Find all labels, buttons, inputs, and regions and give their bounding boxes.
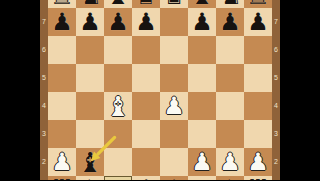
square-d2[interactable] <box>132 148 160 176</box>
square-g6[interactable] <box>216 36 244 64</box>
square-g3[interactable] <box>216 120 244 148</box>
white-bishop[interactable]: ♝ <box>106 93 130 120</box>
white-pawn[interactable]: ♟ <box>51 150 73 174</box>
square-f8[interactable]: ♝ <box>188 0 216 8</box>
square-f2[interactable]: ♟ <box>188 148 216 176</box>
square-f4[interactable] <box>188 92 216 120</box>
black-bishop[interactable]: ♝ <box>78 149 102 176</box>
square-a6[interactable] <box>48 36 76 64</box>
rank-label-4: 4 <box>40 92 48 120</box>
square-a1[interactable]: ♜ <box>48 176 76 180</box>
black-rook[interactable]: ♜ <box>50 0 74 8</box>
square-d6[interactable] <box>132 36 160 64</box>
square-c3[interactable] <box>104 120 132 148</box>
square-e7[interactable] <box>160 8 188 36</box>
square-a4[interactable] <box>48 92 76 120</box>
square-h2[interactable]: ♟ <box>244 148 272 176</box>
black-pawn[interactable]: ♟ <box>247 10 269 34</box>
white-pawn[interactable]: ♟ <box>163 94 185 118</box>
chess-board: ♜♞♝♛♚♝♞♜♟♟♟♟♟♟♟♝♟♟♝♟♟♟♜♞♛♚♞♜ <box>48 0 272 180</box>
square-b7[interactable]: ♟ <box>76 8 104 36</box>
video-frame: ♜♞♝♛♚♝♞♜♟♟♟♟♟♟♟♝♟♟♝♟♟♟♜♞♛♚♞♜ 77665544332… <box>0 0 320 180</box>
black-queen[interactable]: ♛ <box>134 0 158 8</box>
rank-label-6: 6 <box>272 36 280 64</box>
black-knight[interactable]: ♞ <box>218 0 242 8</box>
square-b6[interactable] <box>76 36 104 64</box>
square-b1[interactable]: ♞ <box>76 176 104 180</box>
square-e2[interactable] <box>160 148 188 176</box>
square-c5[interactable] <box>104 64 132 92</box>
square-b5[interactable] <box>76 64 104 92</box>
square-g5[interactable] <box>216 64 244 92</box>
black-pawn[interactable]: ♟ <box>219 10 241 34</box>
square-h8[interactable]: ♜ <box>244 0 272 8</box>
square-f1[interactable] <box>188 176 216 180</box>
black-pawn[interactable]: ♟ <box>107 10 129 34</box>
square-e6[interactable] <box>160 36 188 64</box>
square-e4[interactable]: ♟ <box>160 92 188 120</box>
square-b2[interactable]: ♝ <box>76 148 104 176</box>
white-knight[interactable]: ♞ <box>218 177 242 181</box>
rank-label-3: 3 <box>40 120 48 148</box>
square-d5[interactable] <box>132 64 160 92</box>
square-f3[interactable] <box>188 120 216 148</box>
square-d4[interactable] <box>132 92 160 120</box>
square-h3[interactable] <box>244 120 272 148</box>
black-rook[interactable]: ♜ <box>246 0 270 8</box>
square-h4[interactable] <box>244 92 272 120</box>
black-pawn[interactable]: ♟ <box>135 10 157 34</box>
white-pawn[interactable]: ♟ <box>191 150 213 174</box>
square-b8[interactable]: ♞ <box>76 0 104 8</box>
square-g4[interactable] <box>216 92 244 120</box>
white-pawn[interactable]: ♟ <box>247 150 269 174</box>
white-knight[interactable]: ♞ <box>78 177 102 181</box>
rank-label-4: 4 <box>272 92 280 120</box>
rank-label-5: 5 <box>272 64 280 92</box>
rank-label-6: 6 <box>40 36 48 64</box>
rank-label-5: 5 <box>40 64 48 92</box>
square-c4[interactable]: ♝ <box>104 92 132 120</box>
white-queen[interactable]: ♛ <box>134 177 158 181</box>
square-d3[interactable] <box>132 120 160 148</box>
square-g2[interactable]: ♟ <box>216 148 244 176</box>
square-h5[interactable] <box>244 64 272 92</box>
white-rook[interactable]: ♜ <box>50 177 74 181</box>
rank-label-2: 2 <box>40 148 48 176</box>
square-c2[interactable] <box>104 148 132 176</box>
black-pawn[interactable]: ♟ <box>79 10 101 34</box>
square-c6[interactable] <box>104 36 132 64</box>
square-a5[interactable] <box>48 64 76 92</box>
black-bishop[interactable]: ♝ <box>106 0 130 8</box>
square-e3[interactable] <box>160 120 188 148</box>
square-c8[interactable]: ♝ <box>104 0 132 8</box>
square-b3[interactable] <box>76 120 104 148</box>
square-h6[interactable] <box>244 36 272 64</box>
black-king[interactable]: ♚ <box>162 0 186 8</box>
square-a2[interactable]: ♟ <box>48 148 76 176</box>
rank-label-7: 7 <box>40 8 48 36</box>
square-b4[interactable] <box>76 92 104 120</box>
square-e5[interactable] <box>160 64 188 92</box>
white-king[interactable]: ♚ <box>162 177 186 181</box>
square-f6[interactable] <box>188 36 216 64</box>
square-a3[interactable] <box>48 120 76 148</box>
square-g8[interactable]: ♞ <box>216 0 244 8</box>
square-d8[interactable]: ♛ <box>132 0 160 8</box>
square-d1[interactable]: ♛ <box>132 176 160 180</box>
black-pawn[interactable]: ♟ <box>51 10 73 34</box>
square-h1[interactable]: ♜ <box>244 176 272 180</box>
square-c7[interactable]: ♟ <box>104 8 132 36</box>
black-knight[interactable]: ♞ <box>78 0 102 8</box>
square-e8[interactable]: ♚ <box>160 0 188 8</box>
rank-label-3: 3 <box>272 120 280 148</box>
square-a7[interactable]: ♟ <box>48 8 76 36</box>
square-f5[interactable] <box>188 64 216 92</box>
rank-label-2: 2 <box>272 148 280 176</box>
board-frame: ♜♞♝♛♚♝♞♜♟♟♟♟♟♟♟♝♟♟♝♟♟♟♜♞♛♚♞♜ 77665544332… <box>40 0 280 180</box>
white-rook[interactable]: ♜ <box>246 177 270 181</box>
square-f7[interactable]: ♟ <box>188 8 216 36</box>
square-a8[interactable]: ♜ <box>48 0 76 8</box>
square-d7[interactable]: ♟ <box>132 8 160 36</box>
square-g7[interactable]: ♟ <box>216 8 244 36</box>
black-bishop[interactable]: ♝ <box>190 0 214 8</box>
square-e1[interactable]: ♚ <box>160 176 188 180</box>
black-pawn[interactable]: ♟ <box>191 10 213 34</box>
square-h7[interactable]: ♟ <box>244 8 272 36</box>
square-g1[interactable]: ♞ <box>216 176 244 180</box>
white-pawn[interactable]: ♟ <box>219 150 241 174</box>
rank-label-7: 7 <box>272 8 280 36</box>
square-c1[interactable] <box>104 176 132 180</box>
